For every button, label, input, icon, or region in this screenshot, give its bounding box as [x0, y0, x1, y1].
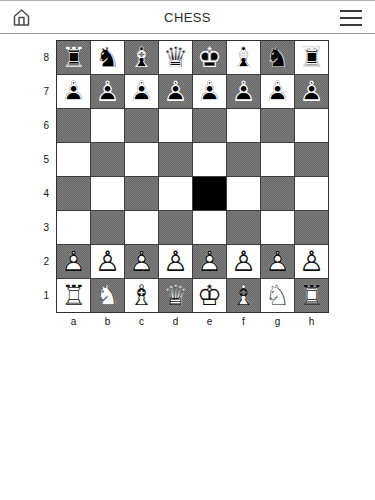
piece-black-pawn: ♟♙ — [91, 75, 124, 108]
piece-black-knight: ♞♘ — [261, 41, 294, 74]
square-h4[interactable] — [295, 177, 328, 210]
piece-black-rook: ♜♖ — [57, 41, 90, 74]
rank-label-3: 3 — [36, 211, 56, 245]
square-f4[interactable] — [227, 177, 260, 210]
piece-white-knight: ♞♘ — [261, 279, 294, 312]
square-h8[interactable]: ♜♖ — [295, 41, 328, 74]
piece-black-pawn: ♟♙ — [57, 75, 90, 108]
square-h2[interactable]: ♟♙ — [295, 245, 328, 278]
square-g3[interactable] — [261, 211, 294, 244]
chess-board-area: 87654321 ♜♖♞♘♝♗♛♕♚♔♝♗♞♘♜♖♟♙♟♙♟♙♟♙♟♙♟♙♟♙♟… — [36, 40, 329, 329]
square-b7[interactable]: ♟♙ — [91, 75, 124, 108]
piece-white-pawn: ♟♙ — [57, 245, 90, 278]
hamburger-menu-icon — [340, 10, 362, 12]
square-g4[interactable] — [261, 177, 294, 210]
piece-white-rook: ♜♖ — [295, 279, 328, 312]
square-a4[interactable] — [57, 177, 90, 210]
square-c3[interactable] — [125, 211, 158, 244]
piece-black-pawn: ♟♙ — [159, 75, 192, 108]
rank-labels: 87654321 — [36, 40, 56, 313]
square-g7[interactable]: ♟♙ — [261, 75, 294, 108]
page-title: CHESS — [0, 1, 375, 34]
square-g2[interactable]: ♟♙ — [261, 245, 294, 278]
square-a2[interactable]: ♟♙ — [57, 245, 90, 278]
rank-label-1: 1 — [36, 279, 56, 313]
square-a3[interactable] — [57, 211, 90, 244]
square-f7[interactable]: ♟♙ — [227, 75, 260, 108]
rank-label-4: 4 — [36, 177, 56, 211]
square-c5[interactable] — [125, 143, 158, 176]
hamburger-menu-button[interactable] — [340, 10, 362, 26]
square-d7[interactable]: ♟♙ — [159, 75, 192, 108]
square-d4[interactable] — [159, 177, 192, 210]
square-b5[interactable] — [91, 143, 124, 176]
square-g1[interactable]: ♞♘ — [261, 279, 294, 312]
rank-label-2: 2 — [36, 245, 56, 279]
square-d6[interactable] — [159, 109, 192, 142]
square-f1[interactable]: ♝♗ — [227, 279, 260, 312]
piece-black-bishop: ♝♗ — [125, 41, 158, 74]
square-d1[interactable]: ♛♕ — [159, 279, 192, 312]
piece-white-pawn: ♟♙ — [261, 245, 294, 278]
square-f6[interactable] — [227, 109, 260, 142]
piece-black-pawn: ♟♙ — [193, 75, 226, 108]
chess-board: ♜♖♞♘♝♗♛♕♚♔♝♗♞♘♜♖♟♙♟♙♟♙♟♙♟♙♟♙♟♙♟♙♟♙♟♙♟♙♟♙… — [56, 40, 329, 313]
square-g8[interactable]: ♞♘ — [261, 41, 294, 74]
square-e5[interactable] — [193, 143, 226, 176]
file-label-d: d — [159, 316, 192, 329]
square-d5[interactable] — [159, 143, 192, 176]
file-label-c: c — [125, 316, 158, 329]
piece-white-pawn: ♟♙ — [91, 245, 124, 278]
square-g6[interactable] — [261, 109, 294, 142]
piece-black-king: ♚♔ — [193, 41, 226, 74]
file-label-g: g — [261, 316, 294, 329]
piece-white-pawn: ♟♙ — [227, 245, 260, 278]
square-e8[interactable]: ♚♔ — [193, 41, 226, 74]
square-b2[interactable]: ♟♙ — [91, 245, 124, 278]
square-c4[interactable] — [125, 177, 158, 210]
piece-white-pawn: ♟♙ — [193, 245, 226, 278]
app-header: CHESS — [0, 0, 375, 34]
file-labels: abcdefgh — [56, 313, 329, 329]
piece-black-rook: ♜♖ — [295, 41, 328, 74]
square-a8[interactable]: ♜♖ — [57, 41, 90, 74]
piece-white-king: ♚♔ — [193, 279, 226, 312]
square-f8[interactable]: ♝♗ — [227, 41, 260, 74]
piece-black-pawn: ♟♙ — [295, 75, 328, 108]
piece-white-knight: ♞♘ — [91, 279, 124, 312]
rank-label-6: 6 — [36, 108, 56, 142]
square-b4[interactable] — [91, 177, 124, 210]
piece-white-pawn: ♟♙ — [125, 245, 158, 278]
square-f2[interactable]: ♟♙ — [227, 245, 260, 278]
square-a5[interactable] — [57, 143, 90, 176]
square-c7[interactable]: ♟♙ — [125, 75, 158, 108]
square-e1[interactable]: ♚♔ — [193, 279, 226, 312]
piece-white-queen: ♛♕ — [159, 279, 192, 312]
square-h6[interactable] — [295, 109, 328, 142]
rank-label-7: 7 — [36, 74, 56, 108]
file-label-e: e — [193, 316, 226, 329]
piece-white-bishop: ♝♗ — [227, 279, 260, 312]
square-d8[interactable]: ♛♕ — [159, 41, 192, 74]
square-h7[interactable]: ♟♙ — [295, 75, 328, 108]
rank-label-8: 8 — [36, 40, 56, 74]
square-a7[interactable]: ♟♙ — [57, 75, 90, 108]
piece-black-bishop: ♝♗ — [227, 41, 260, 74]
square-b3[interactable] — [91, 211, 124, 244]
square-c2[interactable]: ♟♙ — [125, 245, 158, 278]
square-b6[interactable] — [91, 109, 124, 142]
piece-white-pawn: ♟♙ — [159, 245, 192, 278]
piece-black-pawn: ♟♙ — [261, 75, 294, 108]
piece-white-rook: ♜♖ — [57, 279, 90, 312]
square-c1[interactable]: ♝♗ — [125, 279, 158, 312]
square-a6[interactable] — [57, 109, 90, 142]
square-f3[interactable] — [227, 211, 260, 244]
square-h1[interactable]: ♜♖ — [295, 279, 328, 312]
square-g5[interactable] — [261, 143, 294, 176]
square-a1[interactable]: ♜♖ — [57, 279, 90, 312]
square-f5[interactable] — [227, 143, 260, 176]
file-label-h: h — [295, 316, 328, 329]
square-h3[interactable] — [295, 211, 328, 244]
piece-white-bishop: ♝♗ — [125, 279, 158, 312]
square-e6[interactable] — [193, 109, 226, 142]
rank-label-5: 5 — [36, 142, 56, 176]
square-c8[interactable]: ♝♗ — [125, 41, 158, 74]
square-e4[interactable] — [193, 177, 226, 210]
square-e7[interactable]: ♟♙ — [193, 75, 226, 108]
square-d3[interactable] — [159, 211, 192, 244]
square-e2[interactable]: ♟♙ — [193, 245, 226, 278]
piece-black-pawn: ♟♙ — [227, 75, 260, 108]
piece-black-queen: ♛♕ — [159, 41, 192, 74]
square-b8[interactable]: ♞♘ — [91, 41, 124, 74]
piece-black-knight: ♞♘ — [91, 41, 124, 74]
piece-white-pawn: ♟♙ — [295, 245, 328, 278]
square-c6[interactable] — [125, 109, 158, 142]
square-h5[interactable] — [295, 143, 328, 176]
square-b1[interactable]: ♞♘ — [91, 279, 124, 312]
file-label-b: b — [91, 316, 124, 329]
file-label-a: a — [57, 316, 90, 329]
square-d2[interactable]: ♟♙ — [159, 245, 192, 278]
square-e3[interactable] — [193, 211, 226, 244]
piece-black-pawn: ♟♙ — [125, 75, 158, 108]
file-label-f: f — [227, 316, 260, 329]
